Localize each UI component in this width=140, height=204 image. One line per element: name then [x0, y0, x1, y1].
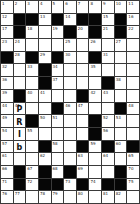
- black-cell: [115, 26, 127, 38]
- clue-number: 12: [2, 14, 7, 19]
- clue-number: 48: [128, 103, 133, 108]
- clue-number: 26: [90, 39, 95, 44]
- clue-number: 41: [40, 90, 45, 95]
- grid-cell[interactable]: 15: [102, 14, 114, 26]
- black-cell: [102, 77, 114, 89]
- grid-cell[interactable]: 68: [52, 166, 64, 178]
- grid-cell[interactable]: 55: [26, 128, 38, 140]
- clue-number: 30: [65, 52, 70, 57]
- clue-number: 78: [40, 191, 45, 196]
- black-cell: [39, 64, 51, 76]
- clue-number: 34: [53, 64, 58, 69]
- grid-cell[interactable]: 32: [1, 64, 13, 76]
- grid-cell[interactable]: [89, 191, 101, 203]
- grid-cell[interactable]: [115, 90, 127, 102]
- clue-number: 69: [78, 166, 83, 171]
- grid-cell[interactable]: [89, 166, 101, 178]
- clue-number: 77: [15, 191, 20, 196]
- grid-cell[interactable]: 80: [77, 191, 89, 203]
- grid-cell[interactable]: 19: [52, 26, 64, 38]
- clue-number: 81: [103, 191, 108, 196]
- black-cell: [115, 179, 127, 191]
- clue-number: 61: [2, 153, 7, 158]
- grid-cell[interactable]: 74: [89, 179, 101, 191]
- clue-number: 20: [78, 26, 83, 31]
- black-cell: [77, 14, 89, 26]
- grid-cell[interactable]: [127, 191, 139, 203]
- grid-cell[interactable]: 72: [26, 179, 38, 191]
- grid-cell[interactable]: [127, 128, 139, 140]
- black-cell: [26, 14, 38, 26]
- clue-number: 23: [2, 39, 7, 44]
- grid-cell[interactable]: [115, 52, 127, 64]
- grid-cell[interactable]: [127, 115, 139, 127]
- clue-number: 55: [27, 128, 32, 133]
- grid-cell[interactable]: 3: [26, 1, 38, 13]
- grid-cell[interactable]: [64, 90, 76, 102]
- grid-cell[interactable]: [115, 153, 127, 165]
- clue-number: 28: [15, 52, 20, 57]
- clue-number: 38: [116, 77, 121, 82]
- grid-cell[interactable]: 9: [102, 1, 114, 13]
- grid-cell[interactable]: [26, 141, 38, 153]
- grid-cell[interactable]: 41: [39, 90, 51, 102]
- grid-cell[interactable]: 52: [102, 115, 114, 127]
- grid-cell[interactable]: [64, 191, 76, 203]
- grid-cell[interactable]: [127, 64, 139, 76]
- grid-cell[interactable]: [14, 153, 26, 165]
- clue-number: 43: [103, 90, 108, 95]
- clue-number: 15: [103, 14, 108, 19]
- clue-number: 4: [40, 1, 43, 6]
- grid-cell[interactable]: [14, 64, 26, 76]
- black-cell: [14, 179, 26, 191]
- grid-cell[interactable]: [52, 128, 64, 140]
- clue-number: 25: [65, 39, 70, 44]
- grid-cell[interactable]: [64, 64, 76, 76]
- grid-cell[interactable]: 78: [39, 191, 51, 203]
- grid-cell[interactable]: [89, 77, 101, 89]
- grid-cell[interactable]: 69: [77, 166, 89, 178]
- black-cell: [102, 141, 114, 153]
- grid-cell[interactable]: 43: [102, 90, 114, 102]
- crossword-board: 1234567891011121314151617181920212223242…: [0, 0, 140, 204]
- clue-number: 27: [116, 39, 121, 44]
- clue-number: 1: [2, 1, 5, 6]
- clue-number: 65: [128, 153, 133, 158]
- grid-cell[interactable]: [64, 153, 76, 165]
- grid-cell[interactable]: 82: [115, 191, 127, 203]
- clue-number: 75: [128, 179, 133, 184]
- clue-number: 7: [78, 1, 81, 6]
- grid-cell[interactable]: 63: [77, 153, 89, 165]
- clue-number: 39: [2, 90, 7, 95]
- grid-cell[interactable]: [127, 77, 139, 89]
- grid-cell[interactable]: 29: [39, 52, 51, 64]
- cell-letter: P: [14, 105, 26, 115]
- grid-cell[interactable]: 81: [102, 191, 114, 203]
- grid-cell[interactable]: 1: [1, 1, 13, 13]
- clue-number: 40: [27, 90, 32, 95]
- grid-cell[interactable]: 67: [26, 166, 38, 178]
- grid-cell[interactable]: 61: [1, 153, 13, 165]
- grid-cell[interactable]: [26, 103, 38, 115]
- black-cell: [89, 52, 101, 64]
- black-cell: [115, 14, 127, 26]
- clue-number: 29: [40, 52, 45, 57]
- grid-cell[interactable]: I: [14, 128, 26, 140]
- black-cell: [89, 26, 101, 38]
- black-cell: [89, 115, 101, 127]
- grid-cell[interactable]: 56: [102, 128, 114, 140]
- clue-number: 62: [40, 153, 45, 158]
- clue-number: 18: [27, 26, 32, 31]
- grid-cell[interactable]: 66: [1, 166, 13, 178]
- clue-number: 21: [103, 26, 108, 31]
- grid-cell[interactable]: [39, 103, 51, 115]
- grid-cell[interactable]: 44: [1, 103, 13, 115]
- grid-cell[interactable]: 33: [26, 64, 38, 76]
- grid-cell[interactable]: 23: [1, 39, 13, 51]
- grid-cell[interactable]: [52, 153, 64, 165]
- clue-number: 33: [27, 64, 32, 69]
- clue-number: 5: [53, 1, 56, 6]
- grid-cell[interactable]: 38: [115, 77, 127, 89]
- grid-cell[interactable]: 30: [64, 52, 76, 64]
- clue-number: 24: [15, 39, 20, 44]
- cell-letter: R: [14, 117, 26, 127]
- cell-letter: b: [14, 143, 26, 153]
- grid-cell[interactable]: [26, 191, 38, 203]
- grid-cell[interactable]: [64, 141, 76, 153]
- grid-cell[interactable]: 17: [1, 26, 13, 38]
- grid-cell[interactable]: [64, 77, 76, 89]
- clue-number: 74: [90, 179, 95, 184]
- black-cell: [39, 179, 51, 191]
- grid-cell[interactable]: [52, 90, 64, 102]
- grid-cell[interactable]: [127, 90, 139, 102]
- grid-cell[interactable]: 59: [89, 141, 101, 153]
- grid-cell[interactable]: [102, 64, 114, 76]
- clue-number: 58: [53, 141, 58, 146]
- clue-number: 51: [53, 115, 58, 120]
- clue-number: 50: [40, 115, 45, 120]
- grid-cell[interactable]: 65: [127, 153, 139, 165]
- clue-number: 80: [78, 191, 83, 196]
- clue-number: 35: [90, 64, 95, 69]
- clue-number: 56: [103, 128, 108, 133]
- grid-cell[interactable]: [89, 153, 101, 165]
- grid-cell[interactable]: [89, 103, 101, 115]
- grid-cell[interactable]: 39: [1, 90, 13, 102]
- grid-cell[interactable]: [77, 128, 89, 140]
- black-cell: [39, 77, 51, 89]
- black-cell: [1, 52, 13, 64]
- grid-cell[interactable]: 25: [64, 39, 76, 51]
- grid-cell[interactable]: 42: [89, 90, 101, 102]
- grid-cell[interactable]: 48: [127, 103, 139, 115]
- grid-cell[interactable]: 46: [64, 103, 76, 115]
- grid-cell[interactable]: 31: [102, 52, 114, 64]
- grid-cell[interactable]: [39, 26, 51, 38]
- clue-number: 32: [2, 64, 7, 69]
- clue-number: 73: [65, 179, 70, 184]
- clue-number: 37: [53, 77, 58, 82]
- grid-cell[interactable]: [39, 128, 51, 140]
- black-cell: [14, 14, 26, 26]
- clue-number: 6: [65, 1, 68, 6]
- grid-cell[interactable]: 6: [64, 1, 76, 13]
- grid-cell[interactable]: 71: [1, 179, 13, 191]
- grid-cell[interactable]: 18: [26, 26, 38, 38]
- clue-number: 36: [2, 77, 7, 82]
- clue-number: 70: [128, 166, 133, 171]
- clue-number: 63: [78, 153, 83, 158]
- clue-number: 44: [2, 103, 7, 108]
- clue-number: 19: [53, 26, 58, 31]
- grid-cell[interactable]: [115, 128, 127, 140]
- grid-cell[interactable]: 10: [115, 1, 127, 13]
- grid-cell[interactable]: [77, 39, 89, 51]
- grid-cell[interactable]: R: [14, 115, 26, 127]
- grid-cell[interactable]: 35: [89, 64, 101, 76]
- black-cell: [39, 166, 51, 178]
- grid-cell[interactable]: 73: [64, 179, 76, 191]
- grid-cell[interactable]: 54: [1, 128, 13, 140]
- black-cell: [115, 103, 127, 115]
- clue-number: 71: [2, 179, 7, 184]
- grid-cell[interactable]: 57: [1, 141, 13, 153]
- grid-cell[interactable]: 70: [127, 166, 139, 178]
- grid-cell[interactable]: 75: [127, 179, 139, 191]
- clue-number: 17: [2, 26, 7, 31]
- clue-number: 66: [2, 166, 7, 171]
- grid-cell[interactable]: 20: [77, 26, 89, 38]
- grid-cell[interactable]: 4: [39, 1, 51, 13]
- grid-cell[interactable]: 27: [115, 39, 127, 51]
- grid-cell[interactable]: 53: [115, 115, 127, 127]
- black-cell: [14, 166, 26, 178]
- grid-cell[interactable]: [127, 52, 139, 64]
- grid-cell[interactable]: 11: [127, 1, 139, 13]
- black-cell: [77, 141, 89, 153]
- black-cell: [52, 14, 64, 26]
- black-cell: [89, 128, 101, 140]
- grid-cell[interactable]: 26: [89, 39, 101, 51]
- grid-cell[interactable]: [102, 39, 114, 51]
- clue-number: 54: [2, 128, 7, 133]
- clue-number: 31: [103, 52, 108, 57]
- black-cell: [52, 52, 64, 64]
- grid-cell[interactable]: 79: [52, 191, 64, 203]
- clue-number: 16: [128, 14, 133, 19]
- grid-cell[interactable]: 34: [52, 64, 64, 76]
- grid-cell[interactable]: [77, 64, 89, 76]
- clue-number: 49: [2, 115, 7, 120]
- clue-number: 47: [78, 103, 83, 108]
- clue-number: 3: [27, 1, 30, 6]
- clue-number: 82: [116, 191, 121, 196]
- clue-number: 68: [53, 166, 58, 171]
- clue-number: 57: [2, 141, 7, 146]
- clue-number: 8: [90, 1, 93, 6]
- grid-cell[interactable]: 5: [52, 1, 64, 13]
- clue-number: 52: [103, 115, 108, 120]
- black-cell: [14, 90, 26, 102]
- grid-cell[interactable]: 37: [52, 77, 64, 89]
- grid-cell[interactable]: 49: [1, 115, 13, 127]
- clue-number: 59: [90, 141, 95, 146]
- black-cell: [102, 179, 114, 191]
- grid-cell[interactable]: [77, 115, 89, 127]
- grid-cell[interactable]: 13: [39, 14, 51, 26]
- clue-number: 76: [2, 191, 7, 196]
- grid-cell[interactable]: 58: [52, 141, 64, 153]
- grid-cell[interactable]: 51: [52, 115, 64, 127]
- black-cell: [115, 166, 127, 178]
- black-cell: [64, 166, 76, 178]
- grid-cell[interactable]: [14, 77, 26, 89]
- grid-cell[interactable]: 50: [39, 115, 51, 127]
- grid-cell[interactable]: 64: [102, 153, 114, 165]
- clue-number: 53: [116, 115, 121, 120]
- grid-cell[interactable]: 22: [127, 26, 139, 38]
- black-cell: [52, 179, 64, 191]
- black-cell: [39, 141, 51, 153]
- black-cell: [26, 52, 38, 64]
- black-cell: [77, 90, 89, 102]
- clue-number: 9: [103, 1, 106, 6]
- clue-number: 2: [15, 1, 18, 6]
- grid-cell[interactable]: 24: [14, 39, 26, 51]
- grid-cell[interactable]: 60: [115, 141, 127, 153]
- clue-number: 22: [128, 26, 133, 31]
- clue-number: 13: [40, 14, 45, 19]
- grid-cell[interactable]: 2: [14, 1, 26, 13]
- grid-cell[interactable]: [102, 103, 114, 115]
- black-cell: [14, 26, 26, 38]
- grid-cell[interactable]: 77: [14, 191, 26, 203]
- grid-cell[interactable]: [115, 64, 127, 76]
- grid-cell[interactable]: 12: [1, 14, 13, 26]
- clue-number: 46: [65, 103, 70, 108]
- grid-cell[interactable]: 40: [26, 90, 38, 102]
- grid-cell[interactable]: [52, 39, 64, 51]
- black-cell: [77, 179, 89, 191]
- grid-cell[interactable]: 28: [14, 52, 26, 64]
- black-cell: [89, 14, 101, 26]
- grid-cell[interactable]: 47: [77, 103, 89, 115]
- black-cell: [64, 26, 76, 38]
- clue-number: 42: [90, 90, 95, 95]
- clue-number: 72: [27, 179, 32, 184]
- grid-cell[interactable]: [77, 52, 89, 64]
- clue-number: 60: [116, 141, 121, 146]
- grid-cell[interactable]: 8: [89, 1, 101, 13]
- grid-cell[interactable]: [26, 77, 38, 89]
- grid-cell[interactable]: b: [14, 141, 26, 153]
- grid-cell[interactable]: 62: [39, 153, 51, 165]
- grid-cell[interactable]: 76: [1, 191, 13, 203]
- grid-cell[interactable]: [26, 153, 38, 165]
- black-cell: [127, 141, 139, 153]
- grid-cell[interactable]: 45P: [14, 103, 26, 115]
- grid-cell[interactable]: [39, 39, 51, 51]
- grid-cell[interactable]: 16: [127, 14, 139, 26]
- clue-number: 67: [27, 166, 32, 171]
- grid-cell[interactable]: [127, 39, 139, 51]
- grid-cell[interactable]: [64, 128, 76, 140]
- grid-cell[interactable]: 36: [1, 77, 13, 89]
- grid-cell[interactable]: 21: [102, 26, 114, 38]
- clue-number: 64: [103, 153, 108, 158]
- black-cell: [26, 115, 38, 127]
- clue-number: 14: [65, 14, 70, 19]
- grid-cell[interactable]: [64, 115, 76, 127]
- clue-number: 10: [116, 1, 121, 6]
- cell-letter: I: [14, 130, 26, 140]
- grid-cell[interactable]: [102, 166, 114, 178]
- black-cell: [52, 103, 64, 115]
- clue-number: 11: [128, 1, 133, 6]
- grid-cell[interactable]: 7: [77, 1, 89, 13]
- clue-number: 79: [53, 191, 58, 196]
- grid-cell[interactable]: [26, 39, 38, 51]
- grid-cell[interactable]: [77, 77, 89, 89]
- grid-cell[interactable]: 14: [64, 14, 76, 26]
